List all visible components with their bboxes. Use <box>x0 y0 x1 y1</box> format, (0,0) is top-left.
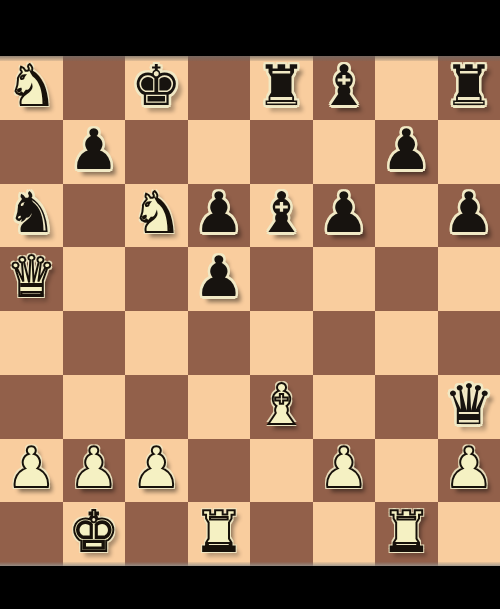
square-f2[interactable]: ♟ <box>313 439 376 503</box>
square-a4[interactable] <box>0 311 63 375</box>
square-a7[interactable] <box>0 120 63 184</box>
square-h7[interactable] <box>438 120 500 184</box>
square-f4[interactable] <box>313 311 376 375</box>
square-g4[interactable] <box>375 311 438 375</box>
square-h1[interactable] <box>438 502 500 566</box>
piece-white-knight[interactable]: ♞ <box>131 185 181 241</box>
piece-white-rook[interactable]: ♜ <box>381 504 431 560</box>
square-d5[interactable]: ♟ <box>188 247 251 311</box>
piece-black-knight[interactable]: ♞ <box>6 185 56 241</box>
square-b7[interactable]: ♟ <box>63 120 126 184</box>
square-b3[interactable] <box>63 375 126 439</box>
square-d6[interactable]: ♟ <box>188 184 251 248</box>
square-e5[interactable] <box>250 247 313 311</box>
square-a1[interactable] <box>0 502 63 566</box>
chess-board: ♞♚♜♝♜♟♟♞♞♟♝♟♟♛♟♝♛♟♟♟♟♟♚♜♜ <box>0 56 500 566</box>
square-e7[interactable] <box>250 120 313 184</box>
square-f1[interactable] <box>313 502 376 566</box>
square-h2[interactable]: ♟ <box>438 439 500 503</box>
square-b8[interactable] <box>63 56 126 120</box>
piece-black-pawn[interactable]: ♟ <box>194 249 244 305</box>
square-b6[interactable] <box>63 184 126 248</box>
square-e4[interactable] <box>250 311 313 375</box>
square-b1[interactable]: ♚ <box>63 502 126 566</box>
piece-white-pawn[interactable]: ♟ <box>6 440 56 496</box>
piece-white-pawn[interactable]: ♟ <box>69 440 119 496</box>
square-b2[interactable]: ♟ <box>63 439 126 503</box>
square-c3[interactable] <box>125 375 188 439</box>
piece-black-king[interactable]: ♚ <box>131 58 181 114</box>
square-e2[interactable] <box>250 439 313 503</box>
piece-black-pawn[interactable]: ♟ <box>69 122 119 178</box>
square-a3[interactable] <box>0 375 63 439</box>
piece-black-queen[interactable]: ♛ <box>444 377 494 433</box>
square-f5[interactable] <box>313 247 376 311</box>
square-e8[interactable]: ♜ <box>250 56 313 120</box>
piece-white-pawn[interactable]: ♟ <box>444 440 494 496</box>
square-h5[interactable] <box>438 247 500 311</box>
piece-black-rook[interactable]: ♜ <box>444 58 494 114</box>
piece-black-bishop[interactable]: ♝ <box>319 58 369 114</box>
square-e3[interactable]: ♝ <box>250 375 313 439</box>
square-c2[interactable]: ♟ <box>125 439 188 503</box>
piece-white-pawn[interactable]: ♟ <box>131 440 181 496</box>
piece-black-pawn[interactable]: ♟ <box>444 185 494 241</box>
square-h6[interactable]: ♟ <box>438 184 500 248</box>
square-f8[interactable]: ♝ <box>313 56 376 120</box>
square-c5[interactable] <box>125 247 188 311</box>
piece-white-pawn[interactable]: ♟ <box>319 440 369 496</box>
square-d8[interactable] <box>188 56 251 120</box>
square-g5[interactable] <box>375 247 438 311</box>
square-d7[interactable] <box>188 120 251 184</box>
square-c4[interactable] <box>125 311 188 375</box>
letterbox-bottom <box>0 566 500 609</box>
square-f7[interactable] <box>313 120 376 184</box>
square-g2[interactable] <box>375 439 438 503</box>
square-h8[interactable]: ♜ <box>438 56 500 120</box>
square-g1[interactable]: ♜ <box>375 502 438 566</box>
square-a8[interactable]: ♞ <box>0 56 63 120</box>
square-c8[interactable]: ♚ <box>125 56 188 120</box>
piece-white-knight[interactable]: ♞ <box>6 58 56 114</box>
square-d3[interactable] <box>188 375 251 439</box>
letterbox-top <box>0 0 500 56</box>
piece-white-queen[interactable]: ♛ <box>6 249 56 305</box>
piece-white-rook[interactable]: ♜ <box>194 504 244 560</box>
square-h4[interactable] <box>438 311 500 375</box>
piece-white-king[interactable]: ♚ <box>69 504 119 560</box>
square-b5[interactable] <box>63 247 126 311</box>
square-a2[interactable]: ♟ <box>0 439 63 503</box>
square-c7[interactable] <box>125 120 188 184</box>
piece-white-bishop[interactable]: ♝ <box>256 377 306 433</box>
piece-black-pawn[interactable]: ♟ <box>319 185 369 241</box>
piece-black-bishop[interactable]: ♝ <box>256 185 306 241</box>
square-c1[interactable] <box>125 502 188 566</box>
square-a5[interactable]: ♛ <box>0 247 63 311</box>
piece-black-pawn[interactable]: ♟ <box>194 185 244 241</box>
square-c6[interactable]: ♞ <box>125 184 188 248</box>
square-g6[interactable] <box>375 184 438 248</box>
square-d2[interactable] <box>188 439 251 503</box>
square-f3[interactable] <box>313 375 376 439</box>
square-g7[interactable]: ♟ <box>375 120 438 184</box>
screenshot-root: ♞♚♜♝♜♟♟♞♞♟♝♟♟♛♟♝♛♟♟♟♟♟♚♜♜ <box>0 0 500 609</box>
square-d1[interactable]: ♜ <box>188 502 251 566</box>
square-e6[interactable]: ♝ <box>250 184 313 248</box>
square-g3[interactable] <box>375 375 438 439</box>
square-f6[interactable]: ♟ <box>313 184 376 248</box>
piece-black-pawn[interactable]: ♟ <box>381 122 431 178</box>
square-g8[interactable] <box>375 56 438 120</box>
square-b4[interactable] <box>63 311 126 375</box>
square-a6[interactable]: ♞ <box>0 184 63 248</box>
square-d4[interactable] <box>188 311 251 375</box>
square-h3[interactable]: ♛ <box>438 375 500 439</box>
square-e1[interactable] <box>250 502 313 566</box>
piece-black-rook[interactable]: ♜ <box>256 58 306 114</box>
